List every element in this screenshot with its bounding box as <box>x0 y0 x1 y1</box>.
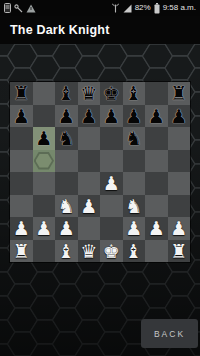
piece-white-pawn[interactable]: ♟ <box>145 217 168 240</box>
square-c4[interactable] <box>55 172 78 195</box>
signal-strength-icon <box>123 4 132 13</box>
piece-white-bishop[interactable]: ♝ <box>55 240 78 263</box>
piece-black-pawn[interactable]: ♟ <box>145 105 168 128</box>
piece-black-pawn[interactable]: ♟ <box>10 105 33 128</box>
square-f8[interactable]: ♝ <box>123 82 146 105</box>
square-h5[interactable] <box>168 150 191 173</box>
square-e7[interactable]: ♟ <box>100 105 123 128</box>
piece-black-rook[interactable]: ♜ <box>168 82 191 105</box>
piece-black-knight[interactable]: ♞ <box>123 127 146 150</box>
square-b6[interactable]: ♟ <box>33 127 56 150</box>
square-e1[interactable]: ♚ <box>100 240 123 263</box>
square-g6[interactable] <box>145 127 168 150</box>
piece-white-king[interactable]: ♚ <box>100 240 123 263</box>
square-c5[interactable] <box>55 150 78 173</box>
piece-black-pawn[interactable]: ♟ <box>55 105 78 128</box>
square-a5[interactable] <box>10 150 33 173</box>
status-bar: 82% 9:58 a.m. <box>0 0 200 16</box>
piece-white-bishop[interactable]: ♝ <box>123 240 146 263</box>
square-f3[interactable]: ♞ <box>123 195 146 218</box>
square-c6[interactable]: ♞ <box>55 127 78 150</box>
square-d5[interactable] <box>78 150 101 173</box>
square-d4[interactable] <box>78 172 101 195</box>
piece-white-rook[interactable]: ♜ <box>168 240 191 263</box>
square-b7[interactable] <box>33 105 56 128</box>
square-g4[interactable] <box>145 172 168 195</box>
square-d2[interactable] <box>78 217 101 240</box>
square-a2[interactable]: ♟ <box>10 217 33 240</box>
square-b4[interactable] <box>33 172 56 195</box>
piece-white-pawn[interactable]: ♟ <box>168 217 191 240</box>
square-e3[interactable] <box>100 195 123 218</box>
piece-white-pawn[interactable]: ♟ <box>123 217 146 240</box>
square-b8[interactable] <box>33 82 56 105</box>
piece-black-pawn[interactable]: ♟ <box>78 105 101 128</box>
square-c3[interactable]: ♞ <box>55 195 78 218</box>
square-f5[interactable] <box>123 150 146 173</box>
back-button[interactable]: BACK <box>141 319 198 348</box>
square-b5[interactable] <box>33 150 56 173</box>
piece-black-bishop[interactable]: ♝ <box>123 82 146 105</box>
square-e4[interactable]: ♟ <box>100 172 123 195</box>
piece-white-pawn[interactable]: ♟ <box>55 217 78 240</box>
status-right-cluster: 82% 9:58 a.m. <box>111 0 196 16</box>
square-d8[interactable]: ♛ <box>78 82 101 105</box>
square-a4[interactable] <box>10 172 33 195</box>
piece-black-rook[interactable]: ♜ <box>10 82 33 105</box>
status-time: 9:58 a.m. <box>163 0 196 16</box>
square-d1[interactable]: ♛ <box>78 240 101 263</box>
piece-black-queen[interactable]: ♛ <box>78 82 101 105</box>
piece-white-pawn[interactable]: ♟ <box>100 172 123 195</box>
warning-triangle-icon <box>26 4 36 13</box>
move-target-hex-center <box>36 154 53 168</box>
square-a7[interactable]: ♟ <box>10 105 33 128</box>
square-h4[interactable] <box>168 172 191 195</box>
square-g2[interactable]: ♟ <box>145 217 168 240</box>
square-h8[interactable]: ♜ <box>168 82 191 105</box>
square-h2[interactable]: ♟ <box>168 217 191 240</box>
piece-black-pawn[interactable]: ♟ <box>168 105 191 128</box>
square-h7[interactable]: ♟ <box>168 105 191 128</box>
move-target-hex-marker <box>34 152 55 170</box>
piece-white-knight[interactable]: ♞ <box>123 195 146 218</box>
square-f1[interactable]: ♝ <box>123 240 146 263</box>
square-c8[interactable]: ♝ <box>55 82 78 105</box>
square-h6[interactable] <box>168 127 191 150</box>
square-f7[interactable]: ♟ <box>123 105 146 128</box>
square-g3[interactable] <box>145 195 168 218</box>
page-title: The Dark Knight <box>10 23 110 37</box>
square-a8[interactable]: ♜ <box>10 82 33 105</box>
sim-card-icon <box>4 3 11 13</box>
piece-black-king[interactable]: ♚ <box>100 82 123 105</box>
square-c1[interactable]: ♝ <box>55 240 78 263</box>
square-e5[interactable] <box>100 150 123 173</box>
square-b2[interactable]: ♟ <box>33 217 56 240</box>
square-f2[interactable]: ♟ <box>123 217 146 240</box>
square-c2[interactable]: ♟ <box>55 217 78 240</box>
square-g1[interactable] <box>145 240 168 263</box>
piece-white-rook[interactable]: ♜ <box>10 240 33 263</box>
title-bar: The Dark Knight <box>0 16 200 44</box>
square-e2[interactable] <box>100 217 123 240</box>
piece-white-queen[interactable]: ♛ <box>78 240 101 263</box>
piece-white-pawn[interactable]: ♟ <box>10 217 33 240</box>
square-c7[interactable]: ♟ <box>55 105 78 128</box>
square-e8[interactable]: ♚ <box>100 82 123 105</box>
battery-icon <box>154 3 160 14</box>
square-a1[interactable]: ♜ <box>10 240 33 263</box>
square-e6[interactable] <box>100 127 123 150</box>
square-a6[interactable] <box>10 127 33 150</box>
square-f4[interactable] <box>123 172 146 195</box>
piece-white-knight[interactable]: ♞ <box>55 195 78 218</box>
antenna-icon <box>111 3 120 13</box>
square-d6[interactable] <box>78 127 101 150</box>
key-icon <box>14 4 23 13</box>
piece-black-pawn[interactable]: ♟ <box>100 105 123 128</box>
square-b1[interactable] <box>33 240 56 263</box>
square-d7[interactable]: ♟ <box>78 105 101 128</box>
piece-white-pawn[interactable]: ♟ <box>33 217 56 240</box>
square-g5[interactable] <box>145 150 168 173</box>
square-d3[interactable]: ♟ <box>78 195 101 218</box>
square-f6[interactable]: ♞ <box>123 127 146 150</box>
square-g7[interactable]: ♟ <box>145 105 168 128</box>
piece-black-knight[interactable]: ♞ <box>55 127 78 150</box>
piece-black-bishop[interactable]: ♝ <box>55 82 78 105</box>
square-b3[interactable] <box>33 195 56 218</box>
piece-black-pawn[interactable]: ♟ <box>33 127 56 150</box>
square-h3[interactable] <box>168 195 191 218</box>
battery-percent: 82% <box>135 0 151 16</box>
status-left-icons <box>4 3 36 13</box>
piece-white-pawn[interactable]: ♟ <box>78 195 101 218</box>
square-g8[interactable] <box>145 82 168 105</box>
chess-board[interactable]: ♜♝♛♚♝♜♟♟♟♟♟♟♟♟♞♞♟♞♟♞♟♟♟♟♟♟♜♝♛♚♝♜ <box>10 82 190 262</box>
square-a3[interactable] <box>10 195 33 218</box>
square-h1[interactable]: ♜ <box>168 240 191 263</box>
piece-black-pawn[interactable]: ♟ <box>123 105 146 128</box>
